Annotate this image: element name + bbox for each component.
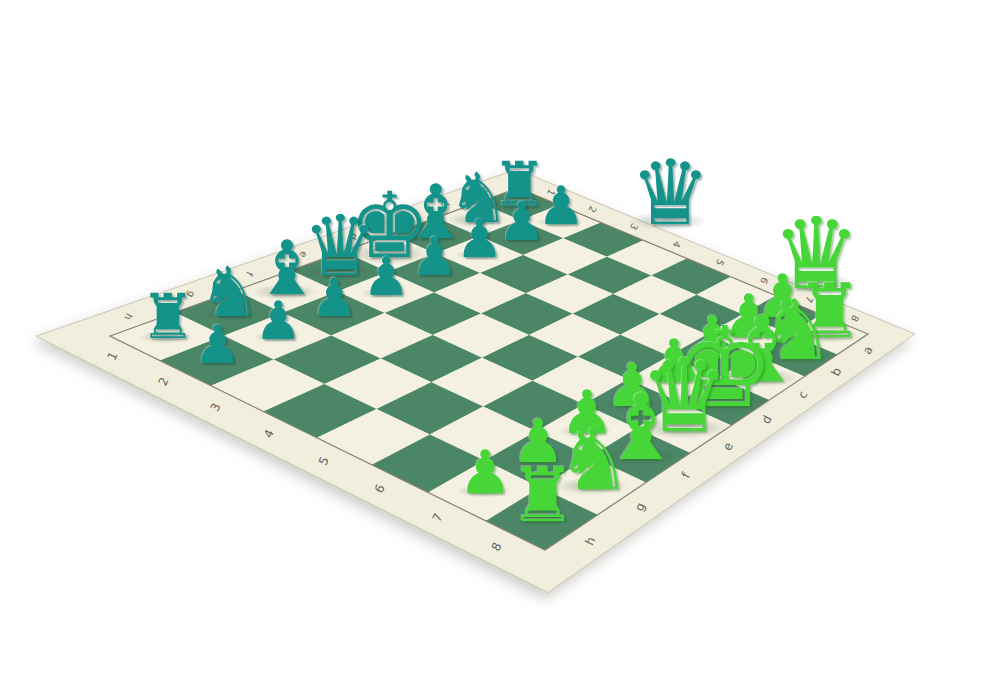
chess-set-photo: aabbccddeeffgghh1122334455667788 ♜♞♛♟♝♟♚… bbox=[0, 0, 1000, 700]
chess-board: aabbccddeeffgghh1122334455667788 bbox=[0, 0, 1000, 700]
